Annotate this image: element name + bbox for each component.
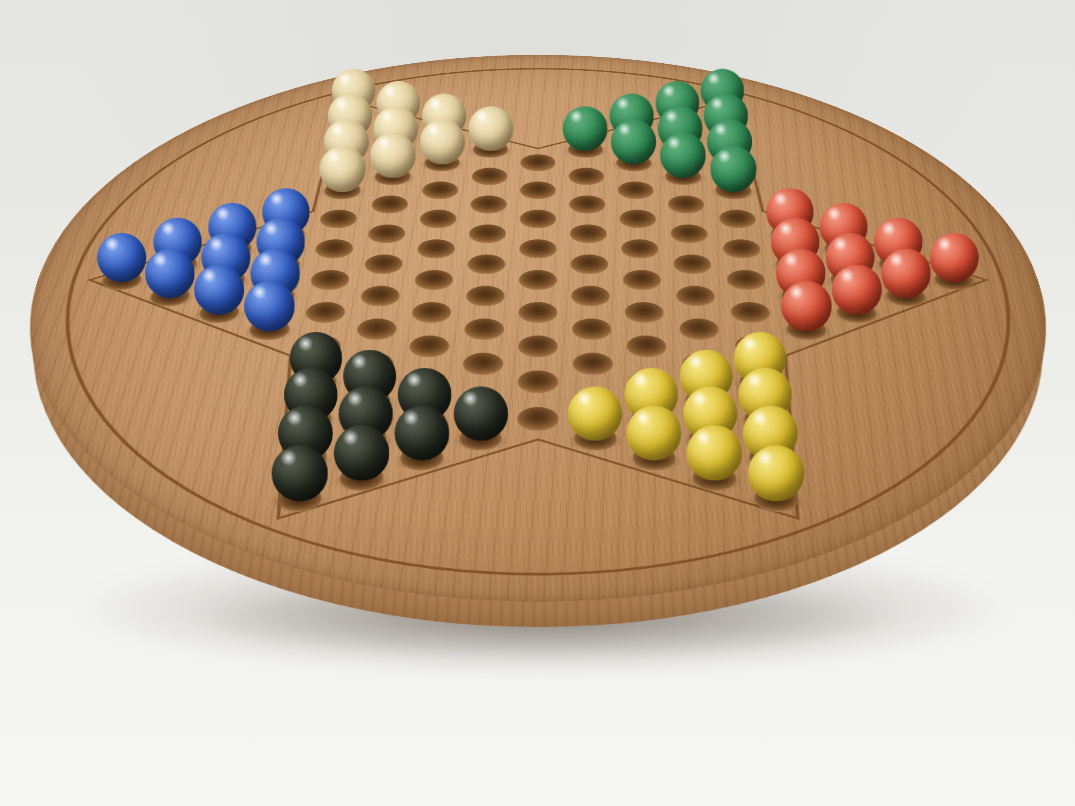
marble-natural-wood[interactable] bbox=[468, 106, 513, 151]
marble-blue[interactable] bbox=[97, 233, 146, 282]
photo-background: { "game": "Chinese Checkers", "board": {… bbox=[0, 0, 1075, 806]
board-hole[interactable] bbox=[520, 181, 556, 199]
marble-red[interactable] bbox=[781, 281, 832, 332]
marble-black[interactable] bbox=[271, 445, 327, 501]
chinese-checkers-board bbox=[0, 55, 1075, 602]
marble-yellow[interactable] bbox=[687, 425, 743, 481]
marble-yellow[interactable] bbox=[748, 445, 804, 501]
marble-red[interactable] bbox=[930, 233, 979, 282]
marble-black[interactable] bbox=[453, 387, 507, 441]
board-hole[interactable] bbox=[520, 154, 555, 171]
marble-natural-wood[interactable] bbox=[319, 146, 365, 192]
board-hole[interactable] bbox=[570, 254, 608, 274]
board-hole[interactable] bbox=[520, 210, 557, 229]
marble-black[interactable] bbox=[394, 406, 449, 461]
board-hole[interactable] bbox=[569, 195, 606, 213]
board-hole[interactable] bbox=[617, 181, 654, 199]
board-hole[interactable] bbox=[626, 336, 667, 358]
carved-grooves bbox=[0, 55, 1075, 602]
marble-red[interactable] bbox=[832, 265, 882, 315]
marble-red[interactable] bbox=[881, 249, 931, 299]
board-hole[interactable] bbox=[621, 239, 660, 258]
perspective-scene bbox=[0, 0, 1075, 806]
board-hole[interactable] bbox=[518, 336, 558, 358]
board-hole[interactable] bbox=[619, 210, 657, 229]
marble-blue[interactable] bbox=[194, 265, 244, 315]
board-hole[interactable] bbox=[519, 239, 556, 258]
marble-natural-wood[interactable] bbox=[370, 133, 416, 179]
marble-blue[interactable] bbox=[244, 281, 295, 332]
marble-natural-wood[interactable] bbox=[419, 119, 464, 164]
marble-blue[interactable] bbox=[145, 249, 195, 299]
marble-black[interactable] bbox=[333, 425, 389, 481]
marble-green[interactable] bbox=[711, 146, 757, 192]
